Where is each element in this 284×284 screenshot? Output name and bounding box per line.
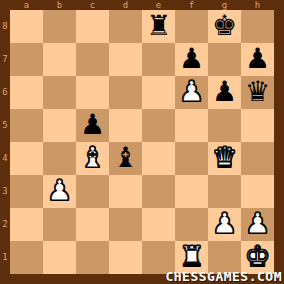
square-b4[interactable] — [43, 142, 76, 175]
square-b5[interactable] — [43, 109, 76, 142]
board: ♜♚♟♟♟♟♛♟♝♝♛♟♟♟♜♚ — [10, 10, 274, 274]
square-c3[interactable] — [76, 175, 109, 208]
square-h8[interactable] — [241, 10, 274, 43]
square-b2[interactable] — [43, 208, 76, 241]
black-king: ♚ — [212, 9, 237, 42]
square-c2[interactable] — [76, 208, 109, 241]
square-c8[interactable] — [76, 10, 109, 43]
square-h5[interactable] — [241, 109, 274, 142]
file-label-d: d — [109, 0, 142, 10]
square-d3[interactable] — [109, 175, 142, 208]
square-d7[interactable] — [109, 43, 142, 76]
square-h3[interactable] — [241, 175, 274, 208]
square-e5[interactable] — [142, 109, 175, 142]
square-c1[interactable] — [76, 241, 109, 274]
square-f7[interactable]: ♟ — [175, 43, 208, 76]
black-pawn: ♟ — [212, 75, 237, 108]
white-pawn: ♟ — [179, 75, 204, 108]
square-h7[interactable]: ♟ — [241, 43, 274, 76]
chessgames-watermark: CHESSGAMES.COM — [165, 270, 282, 284]
square-f5[interactable] — [175, 109, 208, 142]
square-a4[interactable] — [10, 142, 43, 175]
white-pawn: ♟ — [212, 207, 237, 240]
square-a5[interactable] — [10, 109, 43, 142]
square-b3[interactable]: ♟ — [43, 175, 76, 208]
square-c5[interactable]: ♟ — [76, 109, 109, 142]
square-g5[interactable] — [208, 109, 241, 142]
square-e7[interactable] — [142, 43, 175, 76]
square-c4[interactable]: ♝ — [76, 142, 109, 175]
file-label-f: f — [175, 0, 208, 10]
black-bishop: ♝ — [113, 141, 138, 174]
square-a6[interactable] — [10, 76, 43, 109]
square-f4[interactable] — [175, 142, 208, 175]
file-label-c: c — [76, 0, 109, 10]
square-e6[interactable] — [142, 76, 175, 109]
square-h2[interactable]: ♟ — [241, 208, 274, 241]
square-d2[interactable] — [109, 208, 142, 241]
square-c7[interactable] — [76, 43, 109, 76]
square-f8[interactable] — [175, 10, 208, 43]
square-e3[interactable] — [142, 175, 175, 208]
white-pawn: ♟ — [47, 174, 72, 207]
white-queen: ♛ — [212, 141, 237, 174]
black-queen: ♛ — [245, 75, 270, 108]
file-label-a: a — [10, 0, 43, 10]
square-f6[interactable]: ♟ — [175, 76, 208, 109]
black-rook: ♜ — [146, 9, 171, 42]
square-d8[interactable] — [109, 10, 142, 43]
black-pawn: ♟ — [245, 42, 270, 75]
square-c6[interactable] — [76, 76, 109, 109]
square-f3[interactable] — [175, 175, 208, 208]
rank-label-5: 5 — [0, 109, 10, 142]
white-bishop: ♝ — [80, 141, 105, 174]
rank-label-8: 8 — [0, 10, 10, 43]
square-g3[interactable] — [208, 175, 241, 208]
square-f2[interactable] — [175, 208, 208, 241]
file-label-b: b — [43, 0, 76, 10]
chess-board-frame: a b c d e f g h 8 7 6 5 4 3 2 1 ♜♚♟♟♟♟♛♟… — [0, 0, 284, 284]
square-d4[interactable]: ♝ — [109, 142, 142, 175]
square-g8[interactable]: ♚ — [208, 10, 241, 43]
square-b6[interactable] — [43, 76, 76, 109]
rank-label-4: 4 — [0, 142, 10, 175]
square-g4[interactable]: ♛ — [208, 142, 241, 175]
square-a8[interactable] — [10, 10, 43, 43]
square-d5[interactable] — [109, 109, 142, 142]
rank-label-7: 7 — [0, 43, 10, 76]
rank-label-2: 2 — [0, 208, 10, 241]
square-h6[interactable]: ♛ — [241, 76, 274, 109]
square-b7[interactable] — [43, 43, 76, 76]
square-d1[interactable] — [109, 241, 142, 274]
square-g7[interactable] — [208, 43, 241, 76]
square-a2[interactable] — [10, 208, 43, 241]
square-e4[interactable] — [142, 142, 175, 175]
square-a3[interactable] — [10, 175, 43, 208]
black-pawn: ♟ — [179, 42, 204, 75]
rank-label-6: 6 — [0, 76, 10, 109]
rank-label-3: 3 — [0, 175, 10, 208]
black-pawn: ♟ — [80, 108, 105, 141]
white-pawn: ♟ — [245, 207, 270, 240]
rank-labels: 8 7 6 5 4 3 2 1 — [0, 10, 10, 274]
square-a7[interactable] — [10, 43, 43, 76]
square-d6[interactable] — [109, 76, 142, 109]
square-e8[interactable]: ♜ — [142, 10, 175, 43]
square-b8[interactable] — [43, 10, 76, 43]
square-e2[interactable] — [142, 208, 175, 241]
square-a1[interactable] — [10, 241, 43, 274]
rank-label-1: 1 — [0, 241, 10, 274]
file-label-h: h — [241, 0, 274, 10]
square-g2[interactable]: ♟ — [208, 208, 241, 241]
square-h4[interactable] — [241, 142, 274, 175]
square-b1[interactable] — [43, 241, 76, 274]
square-g6[interactable]: ♟ — [208, 76, 241, 109]
